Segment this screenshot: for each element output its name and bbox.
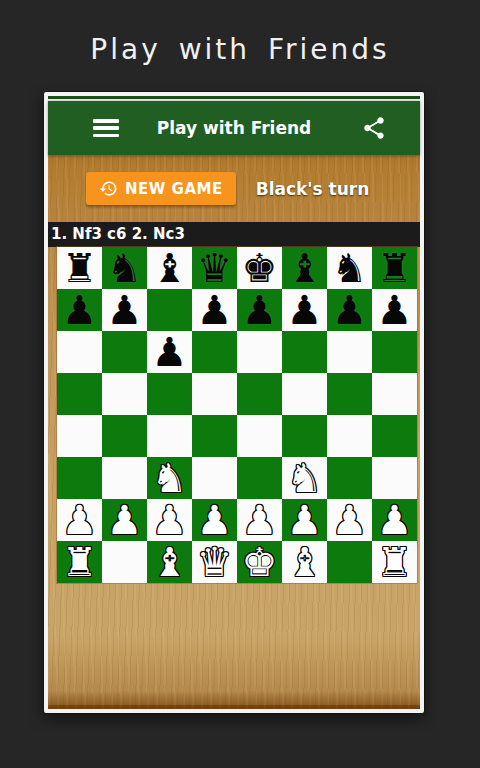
- black-rook: ♜: [57, 247, 102, 289]
- square-c8[interactable]: ♝: [147, 247, 192, 289]
- square-d1[interactable]: ♛: [192, 541, 237, 583]
- square-d2[interactable]: ♟: [192, 499, 237, 541]
- square-h5[interactable]: [372, 373, 417, 415]
- black-pawn: ♟: [282, 289, 327, 331]
- turn-status: Black's turn: [256, 179, 370, 199]
- chess-board: ♜♞♝♛♚♝♞♜♟♟♟♟♟♟♟♟♞♞♟♟♟♟♟♟♟♟♜♝♛♚♝♜: [57, 247, 417, 583]
- square-f8[interactable]: ♝: [282, 247, 327, 289]
- white-knight: ♞: [147, 457, 192, 499]
- black-pawn: ♟: [327, 289, 372, 331]
- square-b2[interactable]: ♟: [102, 499, 147, 541]
- square-h3[interactable]: [372, 457, 417, 499]
- black-pawn: ♟: [102, 289, 147, 331]
- square-c4[interactable]: [147, 415, 192, 457]
- white-queen: ♛: [192, 541, 237, 583]
- phone-screenshot: Play with Friend NEW GAME Black's turn 1…: [44, 92, 424, 713]
- square-d4[interactable]: [192, 415, 237, 457]
- square-c2[interactable]: ♟: [147, 499, 192, 541]
- square-e8[interactable]: ♚: [237, 247, 282, 289]
- white-bishop: ♝: [147, 541, 192, 583]
- square-a3[interactable]: [57, 457, 102, 499]
- square-g7[interactable]: ♟: [327, 289, 372, 331]
- black-pawn: ♟: [372, 289, 417, 331]
- black-pawn: ♟: [192, 289, 237, 331]
- black-king: ♚: [237, 247, 282, 289]
- white-pawn: ♟: [372, 499, 417, 541]
- black-bishop: ♝: [282, 247, 327, 289]
- white-pawn: ♟: [57, 499, 102, 541]
- square-d8[interactable]: ♛: [192, 247, 237, 289]
- new-game-icon: [99, 179, 118, 198]
- square-g6[interactable]: [327, 331, 372, 373]
- app-bar: Play with Friend: [48, 101, 420, 155]
- square-e5[interactable]: [237, 373, 282, 415]
- white-pawn: ♟: [102, 499, 147, 541]
- square-d3[interactable]: [192, 457, 237, 499]
- wood-background: [48, 583, 420, 709]
- square-d7[interactable]: ♟: [192, 289, 237, 331]
- square-a1[interactable]: ♜: [57, 541, 102, 583]
- square-c5[interactable]: [147, 373, 192, 415]
- square-e1[interactable]: ♚: [237, 541, 282, 583]
- square-b1[interactable]: [102, 541, 147, 583]
- white-rook: ♜: [372, 541, 417, 583]
- square-f6[interactable]: [282, 331, 327, 373]
- new-game-button[interactable]: NEW GAME: [86, 172, 236, 205]
- square-c7[interactable]: [147, 289, 192, 331]
- square-h4[interactable]: [372, 415, 417, 457]
- game-toolbar: NEW GAME Black's turn: [48, 155, 420, 222]
- white-knight: ♞: [282, 457, 327, 499]
- menu-button[interactable]: [93, 119, 119, 137]
- white-rook: ♜: [57, 541, 102, 583]
- black-queen: ♛: [192, 247, 237, 289]
- square-d6[interactable]: [192, 331, 237, 373]
- square-b3[interactable]: [102, 457, 147, 499]
- square-a4[interactable]: [57, 415, 102, 457]
- square-g5[interactable]: [327, 373, 372, 415]
- black-pawn: ♟: [237, 289, 282, 331]
- square-a8[interactable]: ♜: [57, 247, 102, 289]
- square-g2[interactable]: ♟: [327, 499, 372, 541]
- black-rook: ♜: [372, 247, 417, 289]
- square-h6[interactable]: [372, 331, 417, 373]
- square-a2[interactable]: ♟: [57, 499, 102, 541]
- square-c3[interactable]: ♞: [147, 457, 192, 499]
- page-title: Play with Friends: [0, 33, 480, 66]
- square-b5[interactable]: [102, 373, 147, 415]
- square-b6[interactable]: [102, 331, 147, 373]
- square-h1[interactable]: ♜: [372, 541, 417, 583]
- square-a7[interactable]: ♟: [57, 289, 102, 331]
- square-f4[interactable]: [282, 415, 327, 457]
- square-b4[interactable]: [102, 415, 147, 457]
- wood-edge: [48, 705, 420, 709]
- white-pawn: ♟: [237, 499, 282, 541]
- black-knight: ♞: [102, 247, 147, 289]
- square-f3[interactable]: ♞: [282, 457, 327, 499]
- square-f1[interactable]: ♝: [282, 541, 327, 583]
- black-pawn: ♟: [57, 289, 102, 331]
- square-b7[interactable]: ♟: [102, 289, 147, 331]
- hamburger-icon: [93, 119, 119, 123]
- square-h2[interactable]: ♟: [372, 499, 417, 541]
- square-g4[interactable]: [327, 415, 372, 457]
- square-h7[interactable]: ♟: [372, 289, 417, 331]
- square-g3[interactable]: [327, 457, 372, 499]
- square-b8[interactable]: ♞: [102, 247, 147, 289]
- square-c6[interactable]: ♟: [147, 331, 192, 373]
- white-bishop: ♝: [282, 541, 327, 583]
- square-g8[interactable]: ♞: [327, 247, 372, 289]
- square-f2[interactable]: ♟: [282, 499, 327, 541]
- square-a5[interactable]: [57, 373, 102, 415]
- square-e6[interactable]: [237, 331, 282, 373]
- square-g1[interactable]: [327, 541, 372, 583]
- black-knight: ♞: [327, 247, 372, 289]
- square-f5[interactable]: [282, 373, 327, 415]
- white-pawn: ♟: [327, 499, 372, 541]
- square-e2[interactable]: ♟: [237, 499, 282, 541]
- square-a6[interactable]: [57, 331, 102, 373]
- move-list: 1. Nf3 c6 2. Nc3: [48, 222, 420, 247]
- square-f7[interactable]: ♟: [282, 289, 327, 331]
- white-pawn: ♟: [192, 499, 237, 541]
- black-bishop: ♝: [147, 247, 192, 289]
- white-pawn: ♟: [147, 499, 192, 541]
- white-king: ♚: [237, 541, 282, 583]
- square-e7[interactable]: ♟: [237, 289, 282, 331]
- square-e4[interactable]: [237, 415, 282, 457]
- square-e3[interactable]: [237, 457, 282, 499]
- share-icon: [361, 115, 387, 141]
- white-pawn: ♟: [282, 499, 327, 541]
- square-h8[interactable]: ♜: [372, 247, 417, 289]
- black-pawn: ♟: [147, 331, 192, 373]
- share-button[interactable]: [361, 115, 387, 141]
- new-game-label: NEW GAME: [125, 180, 223, 198]
- square-c1[interactable]: ♝: [147, 541, 192, 583]
- square-d5[interactable]: [192, 373, 237, 415]
